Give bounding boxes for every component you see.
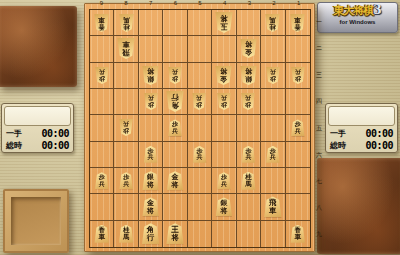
square-8-8[interactable] (114, 194, 138, 220)
square-9-4[interactable] (90, 89, 114, 115)
file-label-7: 7 (138, 0, 163, 7)
piece-kanji: 車 (295, 234, 302, 241)
piece-b-P[interactable]: 歩兵 (144, 146, 158, 163)
square-8-9[interactable]: 桂馬 (114, 221, 138, 247)
piece-w-S[interactable]: 銀将 (142, 66, 159, 85)
piece-kanji: 兵 (221, 95, 227, 102)
piece-w-L[interactable]: 香車 (94, 14, 109, 32)
right-move-time-row: 一手 00:00 (328, 127, 395, 139)
square-6-1[interactable] (163, 10, 187, 36)
piece-kanji: 馬 (123, 16, 130, 23)
piece-kanji: 歩 (148, 102, 154, 109)
piece-b-P[interactable]: 歩兵 (241, 146, 255, 163)
square-3-7[interactable]: 桂馬 (237, 168, 261, 194)
piece-kanji: 兵 (172, 128, 178, 135)
app-window: 東大将棋3 for Windows 一手 00:00 総時 00:00 一手 0… (0, 0, 400, 255)
file-labels: 987654321 (89, 0, 311, 7)
piece-kanji: 馬 (245, 181, 252, 188)
piece-w-G[interactable]: 金将 (240, 39, 257, 58)
square-5-9[interactable] (188, 221, 212, 247)
square-9-5[interactable] (90, 115, 114, 141)
piece-w-P[interactable]: 歩兵 (144, 93, 158, 110)
square-8-7[interactable]: 歩兵 (114, 168, 138, 194)
square-8-2[interactable]: 飛車 (114, 36, 138, 62)
piece-kanji: 将 (245, 68, 252, 76)
board-grid: 香車桂馬玉将桂馬香車飛車金将歩兵銀将歩兵金将銀将歩兵歩兵歩兵角行歩兵歩兵歩兵歩兵… (89, 9, 311, 248)
piece-kanji: 兵 (245, 95, 251, 102)
piece-w-P[interactable]: 歩兵 (241, 93, 255, 110)
square-6-4[interactable]: 角行 (163, 89, 187, 115)
square-1-5[interactable]: 歩兵 (286, 115, 310, 141)
piece-kanji: 金 (245, 49, 252, 57)
square-8-5[interactable]: 歩兵 (114, 115, 138, 141)
file-label-4: 4 (212, 0, 237, 7)
square-2-3[interactable]: 歩兵 (261, 63, 285, 89)
square-2-5[interactable] (261, 115, 285, 141)
square-2-7[interactable] (261, 168, 285, 194)
square-7-4[interactable]: 歩兵 (139, 89, 163, 115)
square-8-3[interactable] (114, 63, 138, 89)
square-6-5[interactable]: 歩兵 (163, 115, 187, 141)
piece-kanji: 将 (147, 68, 154, 76)
piece-w-P[interactable]: 歩兵 (291, 67, 305, 84)
piece-kanji: 車 (122, 41, 130, 49)
piece-b-N[interactable]: 桂馬 (241, 172, 256, 190)
square-6-2[interactable] (163, 36, 187, 62)
square-4-5[interactable] (212, 115, 236, 141)
piece-b-B[interactable]: 角行 (142, 223, 160, 244)
square-1-7[interactable] (286, 168, 310, 194)
piece-w-B[interactable]: 角行 (166, 91, 184, 112)
rank-label-2: 二 (315, 36, 323, 63)
piece-box-bottom-left (3, 189, 69, 253)
piece-b-P[interactable]: 歩兵 (217, 172, 231, 189)
piece-w-S[interactable]: 銀将 (240, 66, 257, 85)
piece-w-G[interactable]: 金将 (215, 66, 232, 85)
right-total-time-value: 00:00 (365, 140, 393, 151)
square-4-9[interactable] (212, 221, 236, 247)
piece-kanji: 兵 (221, 181, 227, 188)
piece-b-P[interactable]: 歩兵 (119, 172, 133, 189)
square-9-9[interactable]: 香車 (90, 221, 114, 247)
square-1-4[interactable] (286, 89, 310, 115)
piece-b-R[interactable]: 飛車 (264, 196, 282, 217)
piece-b-P[interactable]: 歩兵 (192, 146, 206, 163)
left-move-time-row: 一手 00:00 (4, 127, 71, 139)
piece-b-P[interactable]: 歩兵 (168, 119, 182, 136)
piece-kanji: 兵 (99, 69, 105, 76)
piece-kanji: 行 (147, 234, 155, 242)
square-2-8[interactable]: 飛車 (261, 194, 285, 220)
square-3-1[interactable] (237, 10, 261, 36)
rank-label-1: 一 (315, 9, 323, 36)
square-7-3[interactable]: 銀将 (139, 63, 163, 89)
square-1-9[interactable]: 香車 (286, 221, 310, 247)
file-label-9: 9 (89, 0, 114, 7)
piece-kanji: 兵 (123, 121, 129, 128)
piece-b-N[interactable]: 桂馬 (119, 225, 134, 243)
piece-kanji: 兵 (295, 69, 301, 76)
piece-box-interior (11, 197, 61, 245)
square-6-9[interactable]: 王将 (163, 221, 187, 247)
square-7-8[interactable]: 金将 (139, 194, 163, 220)
piece-b-L[interactable]: 香車 (290, 225, 305, 243)
piece-w-P[interactable]: 歩兵 (95, 67, 109, 84)
square-1-1[interactable]: 香車 (286, 10, 310, 36)
square-9-7[interactable]: 歩兵 (90, 168, 114, 194)
square-9-3[interactable]: 歩兵 (90, 63, 114, 89)
piece-kanji: 車 (269, 207, 277, 215)
square-5-5[interactable] (188, 115, 212, 141)
piece-b-G[interactable]: 金将 (167, 171, 184, 190)
piece-stand-bottom-right (317, 158, 400, 254)
square-3-8[interactable] (237, 194, 261, 220)
piece-kanji: 飛 (122, 49, 130, 57)
piece-b-P[interactable]: 歩兵 (266, 146, 280, 163)
square-6-8[interactable] (163, 194, 187, 220)
piece-w-P[interactable]: 歩兵 (266, 67, 280, 84)
piece-kanji: 将 (220, 15, 228, 23)
piece-kanji: 歩 (123, 128, 129, 135)
piece-b-P[interactable]: 歩兵 (291, 119, 305, 136)
piece-w-N[interactable]: 桂馬 (119, 14, 134, 32)
square-5-8[interactable] (188, 194, 212, 220)
piece-b-K[interactable]: 王将 (166, 223, 184, 244)
piece-kanji: 兵 (245, 154, 251, 161)
piece-b-S[interactable]: 銀将 (142, 171, 159, 190)
piece-kanji: 車 (295, 16, 302, 23)
piece-kanji: 将 (147, 207, 154, 215)
piece-kanji: 兵 (196, 154, 202, 161)
square-4-4[interactable]: 歩兵 (212, 89, 236, 115)
rank-labels: 一二三四五六七八九 (315, 9, 323, 248)
right-move-time-label: 一手 (330, 128, 346, 139)
square-2-6[interactable]: 歩兵 (261, 142, 285, 168)
piece-kanji: 将 (171, 234, 179, 242)
file-label-2: 2 (262, 0, 287, 7)
square-1-3[interactable]: 歩兵 (286, 63, 310, 89)
square-4-6[interactable] (212, 142, 236, 168)
square-5-3[interactable] (188, 63, 212, 89)
square-2-9[interactable] (261, 221, 285, 247)
right-total-time-label: 総時 (330, 140, 346, 151)
piece-b-L[interactable]: 香車 (94, 225, 109, 243)
square-7-6[interactable]: 歩兵 (139, 142, 163, 168)
square-3-6[interactable]: 歩兵 (237, 142, 261, 168)
square-9-6[interactable] (90, 142, 114, 168)
rank-label-9: 九 (315, 222, 323, 249)
piece-kanji: 将 (147, 181, 154, 189)
piece-b-G[interactable]: 金将 (142, 197, 159, 216)
piece-kanji: 玉 (220, 23, 228, 31)
left-move-time-value: 00:00 (41, 128, 69, 139)
file-label-8: 8 (114, 0, 139, 7)
piece-kanji: 歩 (245, 102, 251, 109)
square-7-5[interactable] (139, 115, 163, 141)
piece-kanji: 車 (98, 234, 105, 241)
rank-label-6: 六 (315, 142, 323, 169)
right-total-time-row: 総時 00:00 (328, 139, 395, 151)
square-6-7[interactable]: 金将 (163, 168, 187, 194)
file-label-6: 6 (163, 0, 188, 7)
square-9-1[interactable]: 香車 (90, 10, 114, 36)
square-3-2[interactable]: 金将 (237, 36, 261, 62)
rank-label-5: 五 (315, 115, 323, 142)
piece-w-P[interactable]: 歩兵 (217, 93, 231, 110)
square-4-1[interactable]: 玉将 (212, 10, 236, 36)
file-label-1: 1 (286, 0, 311, 7)
square-8-1[interactable]: 桂馬 (114, 10, 138, 36)
square-1-8[interactable] (286, 194, 310, 220)
right-player-nameplate (328, 106, 395, 126)
logo-version: 3 (373, 3, 381, 17)
file-label-3: 3 (237, 0, 262, 7)
piece-kanji: 銀 (245, 75, 252, 83)
piece-kanji: 兵 (295, 128, 301, 135)
piece-w-P[interactable]: 歩兵 (192, 93, 206, 110)
square-8-6[interactable] (114, 142, 138, 168)
piece-kanji: 銀 (147, 75, 154, 83)
square-1-2[interactable] (286, 36, 310, 62)
shogi-board: 987654321 一二三四五六七八九 香車桂馬玉将桂馬香車飛車金将歩兵銀将歩兵… (84, 3, 315, 252)
logo-subtitle: for Windows (318, 18, 397, 26)
left-total-time-label: 総時 (6, 140, 22, 151)
rank-label-7: 七 (315, 168, 323, 195)
piece-kanji: 兵 (99, 181, 105, 188)
rank-label-3: 三 (315, 62, 323, 89)
square-6-3[interactable]: 歩兵 (163, 63, 187, 89)
piece-stand-top-left (0, 6, 77, 87)
piece-kanji: 兵 (123, 181, 129, 188)
piece-w-P[interactable]: 歩兵 (168, 67, 182, 84)
square-5-2[interactable] (188, 36, 212, 62)
piece-kanji: 兵 (196, 95, 202, 102)
square-9-2[interactable] (90, 36, 114, 62)
piece-kanji: 歩 (172, 75, 178, 82)
piece-kanji: 兵 (148, 95, 154, 102)
piece-kanji: 将 (220, 207, 227, 215)
rank-label-8: 八 (315, 195, 323, 222)
piece-kanji: 金 (220, 75, 227, 83)
piece-kanji: 歩 (270, 75, 276, 82)
square-7-1[interactable] (139, 10, 163, 36)
piece-kanji: 兵 (148, 154, 154, 161)
piece-kanji: 歩 (196, 102, 202, 109)
piece-kanji: 歩 (99, 75, 105, 82)
square-2-2[interactable] (261, 36, 285, 62)
file-label-5: 5 (188, 0, 213, 7)
square-7-2[interactable] (139, 36, 163, 62)
left-move-time-label: 一手 (6, 128, 22, 139)
left-total-time-row: 総時 00:00 (4, 139, 71, 151)
square-9-8[interactable] (90, 194, 114, 220)
right-move-time-value: 00:00 (365, 128, 393, 139)
left-player-panel: 一手 00:00 総時 00:00 (1, 103, 74, 153)
square-3-3[interactable]: 銀将 (237, 63, 261, 89)
square-3-4[interactable]: 歩兵 (237, 89, 261, 115)
piece-w-L[interactable]: 香車 (290, 14, 305, 32)
piece-kanji: 将 (245, 41, 252, 49)
piece-w-R[interactable]: 飛車 (117, 38, 135, 59)
piece-w-K[interactable]: 玉将 (215, 12, 233, 33)
square-5-4[interactable]: 歩兵 (188, 89, 212, 115)
square-8-4[interactable] (114, 89, 138, 115)
piece-kanji: 兵 (270, 69, 276, 76)
piece-b-P[interactable]: 歩兵 (95, 172, 109, 189)
square-3-5[interactable] (237, 115, 261, 141)
square-7-7[interactable]: 銀将 (139, 168, 163, 194)
piece-kanji: 馬 (270, 16, 277, 23)
square-2-4[interactable] (261, 89, 285, 115)
logo-title: 東大将棋3 (318, 3, 397, 18)
square-4-8[interactable]: 銀将 (212, 194, 236, 220)
left-player-nameplate (4, 106, 71, 126)
square-4-7[interactable]: 歩兵 (212, 168, 236, 194)
piece-w-N[interactable]: 桂馬 (265, 14, 280, 32)
square-3-9[interactable] (237, 221, 261, 247)
rank-label-4: 四 (315, 89, 323, 116)
square-5-7[interactable] (188, 168, 212, 194)
square-1-6[interactable] (286, 142, 310, 168)
piece-kanji: 将 (172, 181, 179, 189)
piece-kanji: 行 (171, 94, 179, 102)
piece-kanji: 歩 (221, 102, 227, 109)
piece-kanji: 将 (220, 68, 227, 76)
piece-kanji: 歩 (295, 75, 301, 82)
square-5-6[interactable]: 歩兵 (188, 142, 212, 168)
piece-kanji: 車 (98, 16, 105, 23)
piece-kanji: 馬 (123, 234, 130, 241)
piece-kanji: 兵 (172, 69, 178, 76)
square-4-2[interactable] (212, 36, 236, 62)
piece-kanji: 角 (171, 102, 179, 110)
piece-kanji: 兵 (270, 154, 276, 161)
piece-w-P[interactable]: 歩兵 (119, 119, 133, 136)
square-5-1[interactable] (188, 10, 212, 36)
right-player-panel: 一手 00:00 総時 00:00 (325, 103, 398, 153)
square-7-9[interactable]: 角行 (139, 221, 163, 247)
square-6-6[interactable] (163, 142, 187, 168)
square-4-3[interactable]: 金将 (212, 63, 236, 89)
left-total-time-value: 00:00 (41, 140, 69, 151)
piece-b-S[interactable]: 銀将 (215, 197, 232, 216)
app-logo: 東大将棋3 for Windows (317, 2, 398, 33)
square-2-1[interactable]: 桂馬 (261, 10, 285, 36)
